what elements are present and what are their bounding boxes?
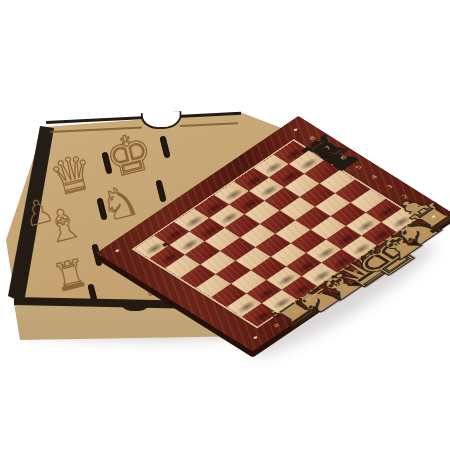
- inlay-dot: [432, 215, 436, 217]
- inlay-dot: [116, 250, 120, 252]
- inlay-dot: [294, 129, 298, 131]
- inlay-dot: [254, 336, 258, 338]
- chess-set-product-photo: ♛♚♝♞♜♝♟♟ ♜♞♝♛♚♝♞♜♟♟♟♟♟♟♟♟♟♟♟♟♟♟♟♟♜♞♝♛♚♝♞…: [0, 0, 450, 450]
